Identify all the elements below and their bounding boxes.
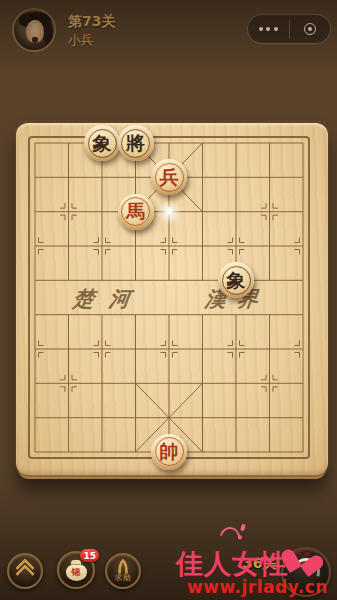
praying-hands-icon [113,559,133,574]
player-avatar[interactable] [12,8,56,52]
avatar-goatee [32,37,38,43]
collapse-button[interactable] [7,553,43,589]
help-label: 求助 [115,573,132,583]
target-circle-icon [304,23,316,35]
piece-character: 將 [126,134,145,153]
restart-button[interactable] [281,547,331,597]
money-bag-icon: 锦 [66,564,87,581]
help-button[interactable]: 求助 [105,553,141,589]
piece-black-將[interactable]: 將 [118,125,154,161]
hint-count-badge: 15 [80,549,99,562]
level-title: 第73关 [68,13,115,31]
piece-character: 象 [93,134,112,153]
player-name: 小兵 [68,32,93,49]
level-progress-label: 36关 [243,555,276,573]
exit-button[interactable] [290,15,331,43]
piece-red-帥[interactable]: 帥 [151,434,187,470]
hint-bag-button[interactable]: 锦 15 [57,551,95,589]
swirl-decoration-dot [240,524,246,532]
piece-character: 帥 [160,442,179,461]
more-button[interactable] [248,15,289,43]
river-label-chu-he: 楚河 [71,285,146,313]
swirl-icon [287,553,324,590]
wechat-capsule [247,14,331,44]
piece-red-馬[interactable]: 馬 [118,194,154,230]
xiangqi-board[interactable]: 楚河 漢界 ✦ 象將兵馬象帥 [16,123,328,475]
swirl-decoration-icon [216,523,244,551]
more-dots-icon [259,27,278,31]
piece-black-象[interactable]: 象 [84,125,120,161]
app-screen: 第73关 小兵 楚河 漢界 ✦ 象將兵馬象帥 锦 15 [0,0,337,600]
piece-character: 象 [227,271,246,290]
piece-character: 馬 [126,202,145,221]
piece-character: 兵 [160,168,179,187]
